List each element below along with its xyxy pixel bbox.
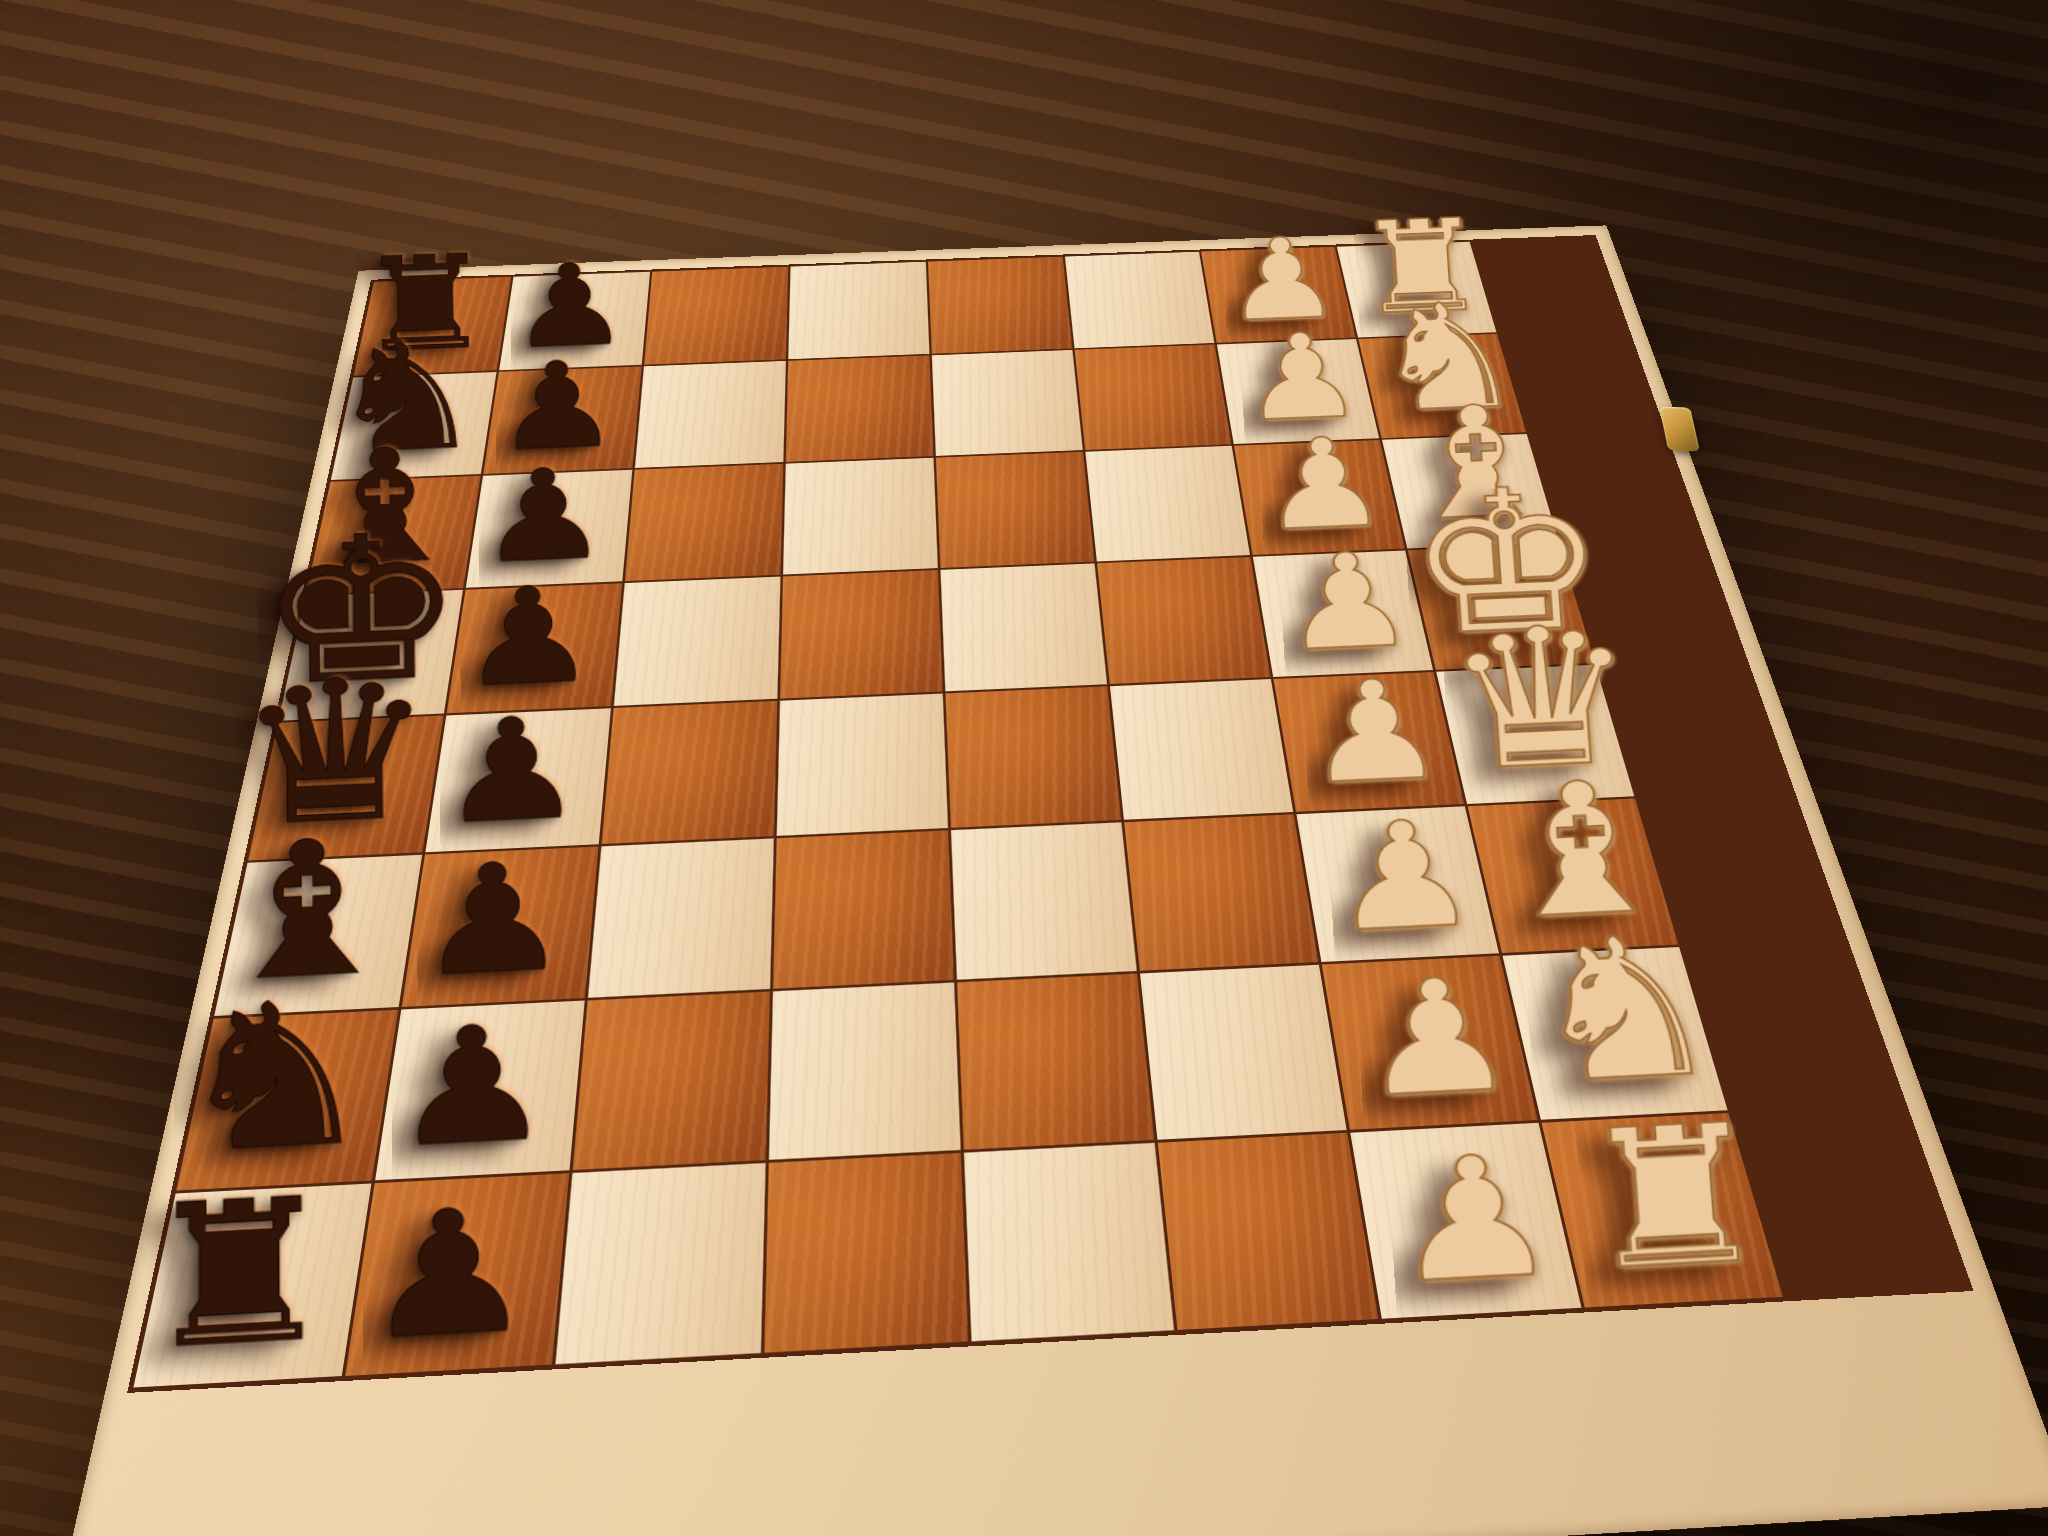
black-knight[interactable]: ♞	[174, 973, 378, 1182]
sycamore-inner-border: ♜♟♟♜♞♟♟♞♝♟♟♝♚♟♟♚♛♟♟♛♝♟♟♝♞♟♟♞♜♟♟♜	[53, 225, 2048, 1536]
square-b7[interactable]: ♟	[375, 1001, 585, 1181]
rank-label-7: 7	[574, 261, 717, 303]
square-a7[interactable]: ♟	[345, 1173, 569, 1376]
square-f4[interactable]	[936, 452, 1094, 568]
square-c4[interactable]	[951, 822, 1137, 979]
chess-board: 87654321 87654321 HGFEDCBA HGFEDCBA ♜♟♟♜…	[53, 225, 2048, 1536]
square-c6[interactable]	[588, 838, 774, 997]
white-knight[interactable]: ♞	[1522, 908, 1730, 1111]
square-c3[interactable]	[1124, 814, 1318, 971]
white-pawn[interactable]: ♟	[1386, 1132, 1563, 1309]
rank-label-1: 1	[1401, 231, 1548, 272]
square-c2[interactable]: ♟	[1296, 806, 1499, 962]
square-b4[interactable]	[957, 974, 1154, 1150]
rank-label-5: 5	[855, 251, 995, 293]
square-a6[interactable]	[555, 1163, 765, 1364]
square-d5[interactable]	[777, 694, 948, 836]
square-a1[interactable]: ♜	[1542, 1113, 1783, 1308]
square-c7[interactable]: ♟	[402, 847, 599, 1007]
square-a4[interactable]	[964, 1143, 1174, 1342]
square-d6[interactable]	[602, 701, 778, 844]
square-e5[interactable]	[780, 570, 943, 699]
rank-label-8: 8	[432, 266, 578, 308]
square-d4[interactable]	[945, 686, 1121, 828]
square-a5[interactable]	[764, 1153, 968, 1353]
scene: 87654321 87654321 HGFEDCBA HGFEDCBA ♜♟♟♜…	[0, 0, 2048, 1536]
black-pawn[interactable]: ♟	[362, 1185, 536, 1365]
square-g6[interactable]	[635, 361, 786, 468]
mahogany-frame: 87654321 87654321 HGFEDCBA HGFEDCBA ♜♟♟♜…	[53, 225, 2048, 1536]
square-b5[interactable]	[769, 982, 961, 1159]
square-e4[interactable]	[940, 563, 1107, 691]
rank-label-2: 2	[1266, 236, 1411, 277]
white-pawn[interactable]: ♟	[1301, 660, 1450, 804]
square-b6[interactable]	[573, 992, 770, 1171]
square-b2[interactable]: ♟	[1322, 956, 1538, 1130]
white-pawn[interactable]: ♟	[1354, 956, 1520, 1120]
square-e3[interactable]	[1097, 557, 1270, 684]
square-c5[interactable]	[773, 830, 954, 988]
square-g5[interactable]	[786, 355, 934, 462]
rank-label-3: 3	[1129, 241, 1272, 282]
square-f3[interactable]	[1085, 446, 1250, 562]
black-pawn[interactable]: ♟	[439, 698, 586, 845]
black-rook[interactable]: ♜	[140, 1171, 338, 1377]
rank-label-4: 4	[993, 246, 1135, 287]
square-b3[interactable]	[1140, 965, 1347, 1140]
square-e6[interactable]	[614, 577, 781, 706]
square-d3[interactable]	[1110, 679, 1293, 820]
square-a8[interactable]: ♜	[133, 1183, 371, 1387]
square-f6[interactable]	[625, 464, 783, 581]
square-a3[interactable]	[1158, 1133, 1379, 1330]
white-rook[interactable]: ♜	[1574, 1097, 1776, 1297]
square-g4[interactable]	[932, 350, 1083, 456]
black-pawn[interactable]: ♟	[416, 842, 571, 998]
square-f5[interactable]	[783, 458, 938, 575]
square-a2[interactable]: ♟	[1350, 1123, 1581, 1319]
square-g3[interactable]	[1075, 345, 1232, 450]
rank-label-6: 6	[715, 256, 856, 298]
black-pawn[interactable]: ♟	[390, 1003, 554, 1171]
white-pawn[interactable]: ♟	[1326, 800, 1483, 954]
